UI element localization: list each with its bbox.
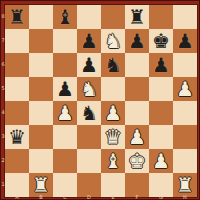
square-f6[interactable]	[125, 53, 149, 77]
file-label-h: H	[173, 195, 197, 199]
square-f8[interactable]: ♜	[125, 5, 149, 29]
square-c6[interactable]	[53, 53, 77, 77]
square-d8[interactable]	[77, 5, 101, 29]
square-a6[interactable]	[5, 53, 29, 77]
white-pawn: ♟	[176, 77, 194, 101]
square-g2[interactable]: ♟	[149, 149, 173, 173]
rank-label-6: 6	[1, 62, 5, 67]
square-a8[interactable]: ♜	[5, 5, 29, 29]
square-f2[interactable]: ♚	[125, 149, 149, 173]
black-rook: ♜	[128, 5, 146, 29]
square-h8[interactable]	[173, 5, 197, 29]
black-pawn: ♟	[152, 53, 170, 77]
square-b3[interactable]	[29, 125, 53, 149]
white-king: ♚	[128, 149, 146, 173]
square-a7[interactable]	[5, 29, 29, 53]
square-e4[interactable]: ♟	[101, 101, 125, 125]
board-frame: ♜♝♜♟♞♟♚♟♟♞♟♟♞♟♟♞♟♛♛♟♝♚♟♜♜ 87654321ABCDEF…	[0, 0, 200, 200]
black-bishop: ♝	[56, 5, 74, 29]
square-g6[interactable]: ♟	[149, 53, 173, 77]
square-h2[interactable]	[173, 149, 197, 173]
square-a4[interactable]	[5, 101, 29, 125]
square-b8[interactable]	[29, 5, 53, 29]
square-c4[interactable]: ♟	[53, 101, 77, 125]
square-e2[interactable]: ♝	[101, 149, 125, 173]
black-pawn: ♟	[80, 29, 98, 53]
black-knight: ♞	[104, 53, 122, 77]
square-b2[interactable]	[29, 149, 53, 173]
square-c8[interactable]: ♝	[53, 5, 77, 29]
square-e7[interactable]: ♞	[101, 29, 125, 53]
square-f7[interactable]: ♟	[125, 29, 149, 53]
square-b7[interactable]	[29, 29, 53, 53]
square-b6[interactable]	[29, 53, 53, 77]
square-g4[interactable]	[149, 101, 173, 125]
black-pawn: ♟	[56, 77, 74, 101]
black-pawn: ♟	[176, 29, 194, 53]
black-queen: ♛	[8, 125, 26, 149]
file-label-f: F	[125, 195, 149, 199]
square-c3[interactable]	[53, 125, 77, 149]
square-h4[interactable]	[173, 101, 197, 125]
square-c7[interactable]	[53, 29, 77, 53]
white-pawn: ♟	[104, 101, 122, 125]
rank-label-8: 8	[1, 14, 5, 19]
square-a3[interactable]: ♛	[5, 125, 29, 149]
square-c5[interactable]: ♟	[53, 77, 77, 101]
square-g8[interactable]	[149, 5, 173, 29]
square-h7[interactable]: ♟	[173, 29, 197, 53]
square-d7[interactable]: ♟	[77, 29, 101, 53]
rank-label-1: 1	[1, 182, 5, 187]
white-pawn: ♟	[152, 149, 170, 173]
black-pawn: ♟	[80, 53, 98, 77]
white-queen: ♛	[104, 125, 122, 149]
white-knight: ♞	[104, 29, 122, 53]
square-e8[interactable]	[101, 5, 125, 29]
square-g7[interactable]: ♚	[149, 29, 173, 53]
square-d4[interactable]: ♞	[77, 101, 101, 125]
square-e5[interactable]	[101, 77, 125, 101]
square-h5[interactable]: ♟	[173, 77, 197, 101]
square-b5[interactable]	[29, 77, 53, 101]
square-a2[interactable]	[5, 149, 29, 173]
square-f4[interactable]	[125, 101, 149, 125]
white-knight: ♞	[80, 77, 98, 101]
square-e6[interactable]: ♞	[101, 53, 125, 77]
square-h3[interactable]	[173, 125, 197, 149]
black-king: ♚	[152, 29, 170, 53]
file-label-a: A	[5, 195, 29, 199]
square-h6[interactable]	[173, 53, 197, 77]
rank-label-3: 3	[1, 134, 5, 139]
file-label-b: B	[29, 195, 53, 199]
square-g3[interactable]	[149, 125, 173, 149]
rank-label-2: 2	[1, 158, 5, 163]
square-a5[interactable]	[5, 77, 29, 101]
square-e3[interactable]: ♛	[101, 125, 125, 149]
white-pawn: ♟	[56, 101, 74, 125]
black-pawn: ♟	[128, 29, 146, 53]
file-label-g: G	[149, 195, 173, 199]
square-d3[interactable]	[77, 125, 101, 149]
black-rook: ♜	[8, 5, 26, 29]
square-f5[interactable]	[125, 77, 149, 101]
square-d5[interactable]: ♞	[77, 77, 101, 101]
rank-label-5: 5	[1, 86, 5, 91]
square-g5[interactable]	[149, 77, 173, 101]
white-bishop: ♝	[104, 149, 122, 173]
file-label-e: E	[101, 195, 125, 199]
white-pawn: ♟	[128, 125, 146, 149]
file-label-d: D	[77, 195, 101, 199]
square-d6[interactable]: ♟	[77, 53, 101, 77]
black-knight: ♞	[80, 101, 98, 125]
chess-board: ♜♝♜♟♞♟♚♟♟♞♟♟♞♟♟♞♟♛♛♟♝♚♟♜♜	[5, 5, 197, 197]
rank-label-4: 4	[1, 110, 5, 115]
file-label-c: C	[53, 195, 77, 199]
square-c2[interactable]	[53, 149, 77, 173]
square-d2[interactable]	[77, 149, 101, 173]
rank-label-7: 7	[1, 38, 5, 43]
square-f3[interactable]: ♟	[125, 125, 149, 149]
square-b4[interactable]	[29, 101, 53, 125]
